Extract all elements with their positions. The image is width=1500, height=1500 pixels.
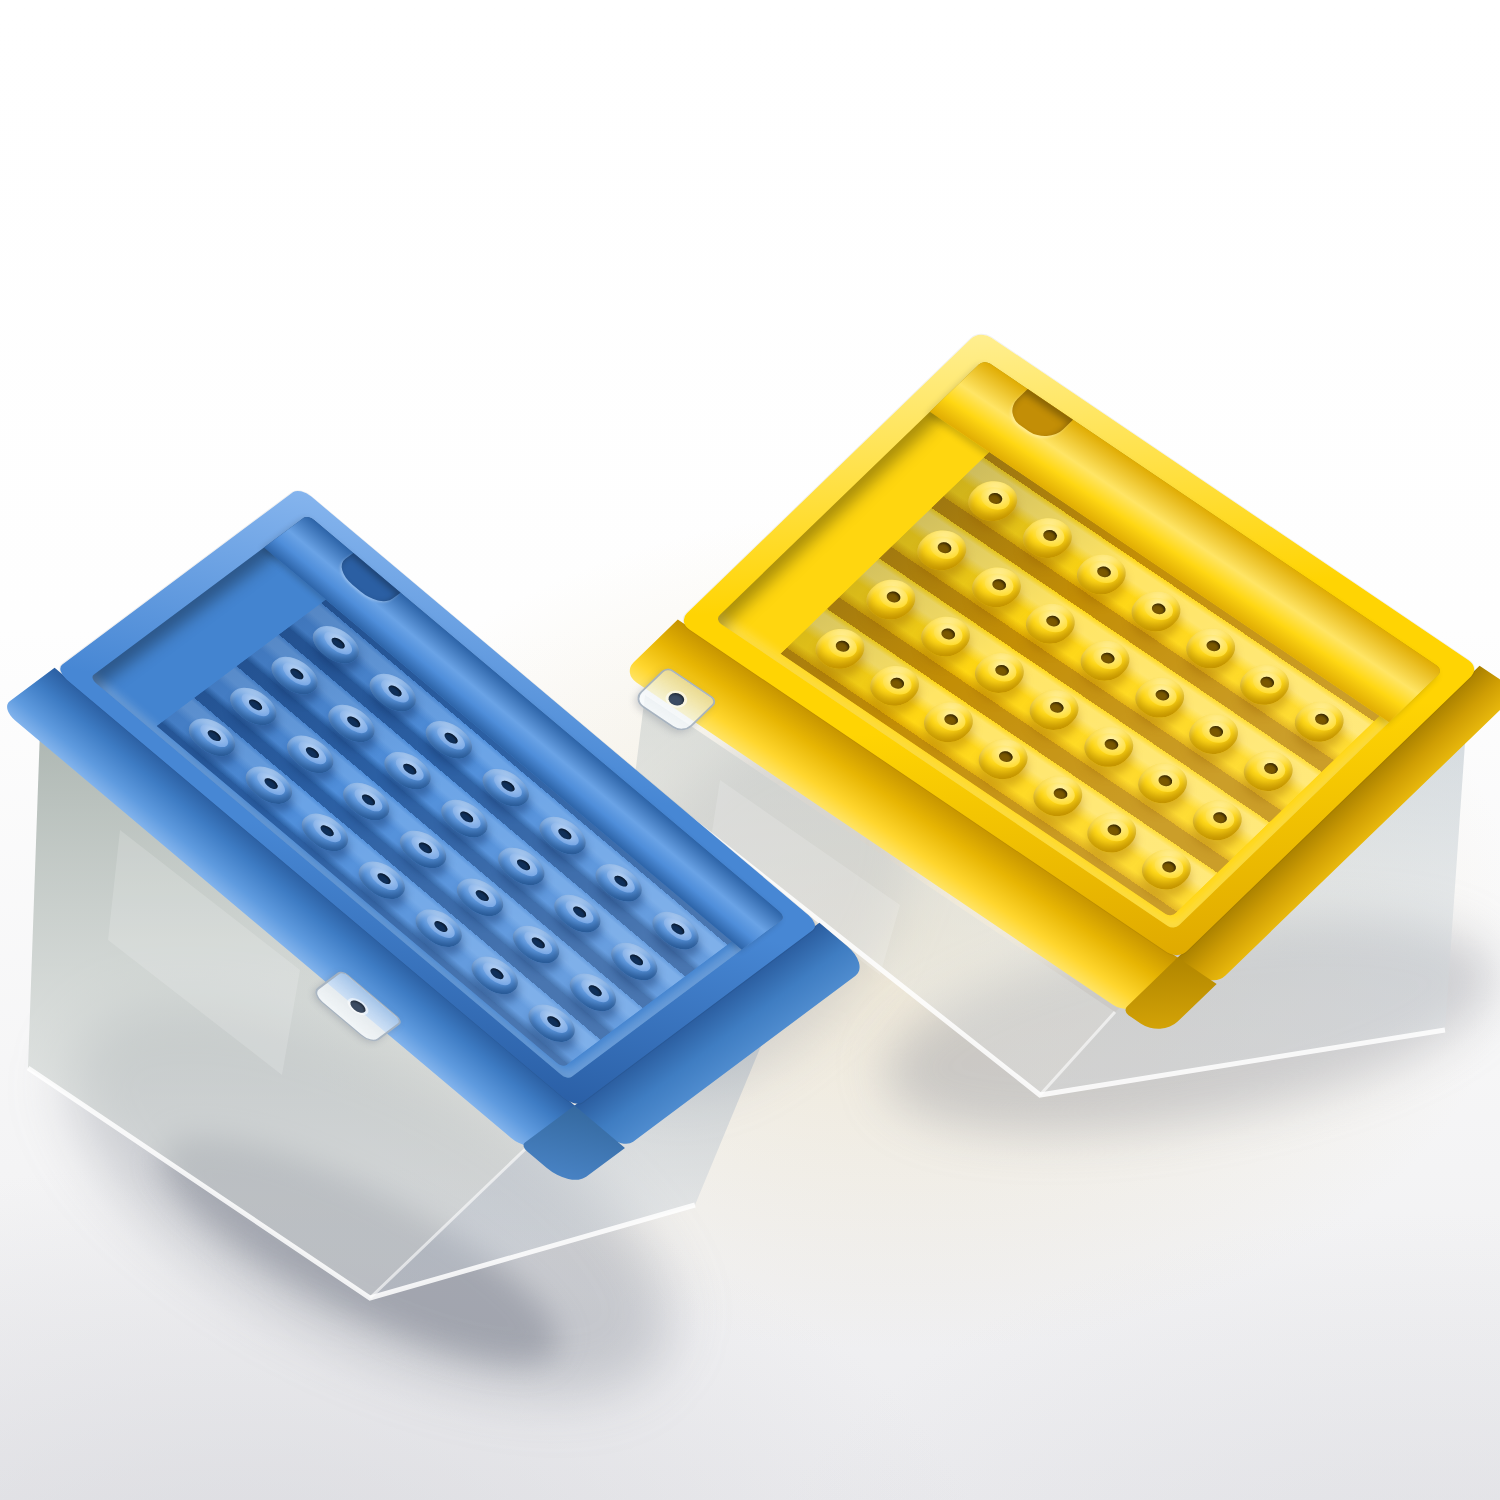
peg-hole [1014, 510, 1081, 565]
peg-hole [279, 728, 342, 779]
peg-hole [1130, 756, 1197, 811]
peg-hole [1232, 657, 1299, 712]
peg-hole [222, 681, 285, 732]
peg-hole [377, 745, 440, 796]
peg-hole [966, 645, 1033, 700]
peg-hole [449, 872, 512, 923]
peg-hole [915, 695, 982, 750]
peg-hole [392, 824, 455, 875]
peg-hole [562, 967, 625, 1018]
peg-hole [1075, 719, 1142, 774]
peg-hole [521, 998, 584, 1049]
peg-hole [361, 667, 424, 718]
peg-hole [861, 658, 928, 713]
peg-hole [181, 712, 244, 763]
peg-hole [238, 759, 301, 810]
yellow-hinge-pin-hole [665, 690, 687, 708]
peg-hole [1235, 743, 1302, 798]
peg-hole [335, 776, 398, 827]
peg-hole [320, 698, 383, 749]
peg-hole [858, 572, 925, 627]
scene [0, 0, 1500, 1500]
peg-hole [1126, 670, 1193, 725]
peg-hole [912, 609, 979, 664]
peg-hole [1068, 547, 1135, 602]
peg-hole [531, 810, 594, 861]
peg-hole [1072, 633, 1139, 688]
peg-hole [433, 793, 496, 844]
blue-hinge-pin-hole [348, 998, 369, 1015]
peg-hole [407, 902, 470, 953]
peg-hole [645, 905, 708, 956]
peg-hole [490, 841, 553, 892]
peg-hole [475, 762, 538, 813]
peg-hole [505, 919, 568, 970]
peg-hole [1133, 842, 1200, 897]
peg-hole [807, 621, 874, 676]
peg-hole [351, 855, 414, 906]
peg-hole [603, 936, 666, 987]
peg-hole [294, 807, 357, 858]
peg-hole [1017, 596, 1084, 651]
peg-hole [1079, 805, 1146, 860]
peg-hole [588, 858, 651, 909]
peg-hole [305, 619, 368, 670]
peg-hole [959, 473, 1026, 528]
peg-hole [908, 522, 975, 577]
peg-hole [263, 650, 326, 701]
peg-hole [418, 714, 481, 765]
peg-hole [970, 731, 1037, 786]
peg-hole [1021, 682, 1088, 737]
peg-hole [963, 559, 1030, 614]
peg-hole [1123, 584, 1190, 639]
peg-hole [1286, 694, 1353, 749]
peg-hole [1181, 707, 1248, 762]
peg-hole [1177, 620, 1244, 675]
peg-hole [464, 950, 527, 1001]
peg-hole [1184, 793, 1251, 848]
peg-hole [547, 888, 610, 939]
peg-hole [1024, 768, 1091, 823]
